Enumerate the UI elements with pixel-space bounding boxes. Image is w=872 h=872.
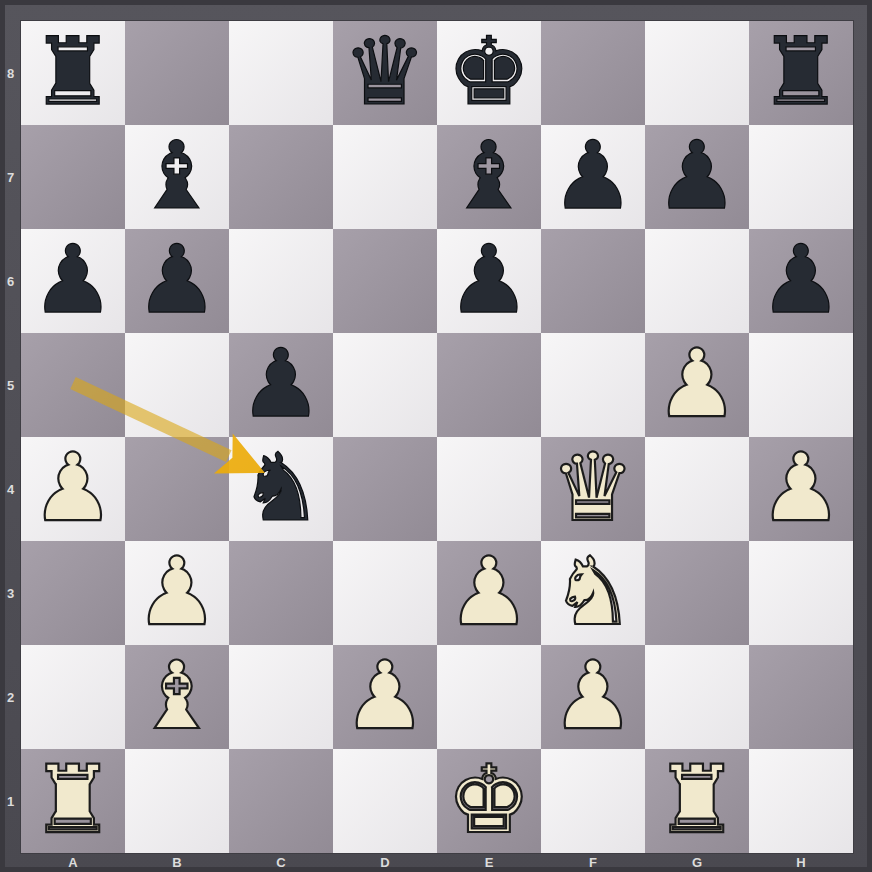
square-a3[interactable] — [21, 541, 125, 645]
white-rook-a1[interactable]: ♜ — [21, 749, 125, 853]
white-knight-f3[interactable]: ♞ — [541, 541, 645, 645]
square-e7[interactable]: ♝ — [437, 125, 541, 229]
square-b5[interactable] — [125, 333, 229, 437]
square-b6[interactable]: ♟ — [125, 229, 229, 333]
square-a7[interactable] — [21, 125, 125, 229]
white-pawn-f2[interactable]: ♟ — [541, 645, 645, 749]
white-pawn-b3[interactable]: ♟ — [125, 541, 229, 645]
black-rook-a8[interactable]: ♜ — [21, 21, 125, 125]
square-h6[interactable]: ♟ — [749, 229, 853, 333]
square-h1[interactable] — [749, 749, 853, 853]
square-g2[interactable] — [645, 645, 749, 749]
file-label-f: F — [541, 853, 645, 872]
square-g6[interactable] — [645, 229, 749, 333]
white-bishop-b2[interactable]: ♝ — [125, 645, 229, 749]
square-c6[interactable] — [229, 229, 333, 333]
black-pawn-e6[interactable]: ♟ — [437, 229, 541, 333]
square-b7[interactable]: ♝ — [125, 125, 229, 229]
square-e3[interactable]: ♟ — [437, 541, 541, 645]
square-d1[interactable] — [333, 749, 437, 853]
square-h8[interactable]: ♜ — [749, 21, 853, 125]
white-rook-g1[interactable]: ♜ — [645, 749, 749, 853]
file-label-d: D — [333, 853, 437, 872]
file-label-g: G — [645, 853, 749, 872]
square-a2[interactable] — [21, 645, 125, 749]
square-a8[interactable]: ♜ — [21, 21, 125, 125]
square-b8[interactable] — [125, 21, 229, 125]
white-pawn-a4[interactable]: ♟ — [21, 437, 125, 541]
file-label-c: C — [229, 853, 333, 872]
square-h3[interactable] — [749, 541, 853, 645]
square-f8[interactable] — [541, 21, 645, 125]
square-e6[interactable]: ♟ — [437, 229, 541, 333]
white-king-e1[interactable]: ♚ — [437, 749, 541, 853]
square-d6[interactable] — [333, 229, 437, 333]
square-g4[interactable] — [645, 437, 749, 541]
square-e5[interactable] — [437, 333, 541, 437]
black-pawn-g7[interactable]: ♟ — [645, 125, 749, 229]
square-h5[interactable] — [749, 333, 853, 437]
square-g8[interactable] — [645, 21, 749, 125]
black-bishop-b7[interactable]: ♝ — [125, 125, 229, 229]
square-g7[interactable]: ♟ — [645, 125, 749, 229]
square-c7[interactable] — [229, 125, 333, 229]
square-h7[interactable] — [749, 125, 853, 229]
white-pawn-h4[interactable]: ♟ — [749, 437, 853, 541]
file-label-e: E — [437, 853, 541, 872]
square-d4[interactable] — [333, 437, 437, 541]
square-d5[interactable] — [333, 333, 437, 437]
square-d8[interactable]: ♛ — [333, 21, 437, 125]
rank-label-5: 5 — [0, 333, 21, 437]
square-c4[interactable]: ♞ — [229, 437, 333, 541]
square-f1[interactable] — [541, 749, 645, 853]
rank-label-3: 3 — [0, 541, 21, 645]
black-pawn-c5[interactable]: ♟ — [229, 333, 333, 437]
black-pawn-b6[interactable]: ♟ — [125, 229, 229, 333]
square-g5[interactable]: ♟ — [645, 333, 749, 437]
white-pawn-d2[interactable]: ♟ — [333, 645, 437, 749]
rank-label-6: 6 — [0, 229, 21, 333]
square-a5[interactable] — [21, 333, 125, 437]
square-f5[interactable] — [541, 333, 645, 437]
square-e2[interactable] — [437, 645, 541, 749]
chess-board[interactable]: ♜♛♚♜♝♝♟♟♟♟♟♟♟♟♟♞♛♟♟♟♞♝♟♟♜♚♜ — [21, 21, 853, 853]
square-c2[interactable] — [229, 645, 333, 749]
white-pawn-e3[interactable]: ♟ — [437, 541, 541, 645]
square-c3[interactable] — [229, 541, 333, 645]
square-f2[interactable]: ♟ — [541, 645, 645, 749]
square-f6[interactable] — [541, 229, 645, 333]
black-pawn-a6[interactable]: ♟ — [21, 229, 125, 333]
square-c1[interactable] — [229, 749, 333, 853]
square-h4[interactable]: ♟ — [749, 437, 853, 541]
square-e4[interactable] — [437, 437, 541, 541]
square-d3[interactable] — [333, 541, 437, 645]
white-pawn-g5[interactable]: ♟ — [645, 333, 749, 437]
black-pawn-h6[interactable]: ♟ — [749, 229, 853, 333]
square-g1[interactable]: ♜ — [645, 749, 749, 853]
square-b1[interactable] — [125, 749, 229, 853]
white-queen-f4[interactable]: ♛ — [541, 437, 645, 541]
file-label-b: B — [125, 853, 229, 872]
square-f4[interactable]: ♛ — [541, 437, 645, 541]
square-a4[interactable]: ♟ — [21, 437, 125, 541]
black-queen-d8[interactable]: ♛ — [333, 21, 437, 125]
rank-label-1: 1 — [0, 749, 21, 853]
square-b4[interactable] — [125, 437, 229, 541]
square-c8[interactable] — [229, 21, 333, 125]
file-label-h: H — [749, 853, 853, 872]
black-pawn-f7[interactable]: ♟ — [541, 125, 645, 229]
square-h2[interactable] — [749, 645, 853, 749]
black-bishop-e7[interactable]: ♝ — [437, 125, 541, 229]
square-f7[interactable]: ♟ — [541, 125, 645, 229]
square-b2[interactable]: ♝ — [125, 645, 229, 749]
rank-label-8: 8 — [0, 21, 21, 125]
rank-label-2: 2 — [0, 645, 21, 749]
square-f3[interactable]: ♞ — [541, 541, 645, 645]
square-c5[interactable]: ♟ — [229, 333, 333, 437]
square-d7[interactable] — [333, 125, 437, 229]
black-king-e8[interactable]: ♚ — [437, 21, 541, 125]
black-knight-c4[interactable]: ♞ — [229, 437, 333, 541]
square-b3[interactable]: ♟ — [125, 541, 229, 645]
square-a1[interactable]: ♜ — [21, 749, 125, 853]
square-e1[interactable]: ♚ — [437, 749, 541, 853]
square-g3[interactable] — [645, 541, 749, 645]
square-d2[interactable]: ♟ — [333, 645, 437, 749]
file-label-a: A — [21, 853, 125, 872]
chess-board-frame: 87654321 ABCDEFGH ♜♛♚♜♝♝♟♟♟♟♟♟♟♟♟♞♛♟♟♟♞♝… — [0, 0, 872, 872]
square-e8[interactable]: ♚ — [437, 21, 541, 125]
rank-label-4: 4 — [0, 437, 21, 541]
rank-label-7: 7 — [0, 125, 21, 229]
square-a6[interactable]: ♟ — [21, 229, 125, 333]
black-rook-h8[interactable]: ♜ — [749, 21, 853, 125]
